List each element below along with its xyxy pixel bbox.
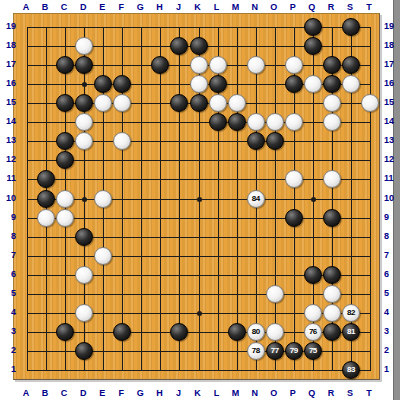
coordinate-label-right: 18 (384, 40, 398, 50)
coordinate-label-bottom: M (226, 388, 246, 398)
stone-black-Q2: 75 (304, 342, 322, 360)
stone-white-Q16 (304, 75, 322, 93)
go-app-window: 81777975838482807678 AABBCCDDEEFFGGHHJJK… (0, 0, 400, 400)
stone-black-H17 (151, 56, 169, 74)
coordinate-label-bottom: J (168, 388, 188, 398)
coordinate-label-bottom: K (188, 388, 208, 398)
move-number: 84 (252, 195, 260, 203)
stone-black-Q6 (304, 266, 322, 284)
stone-black-E16 (94, 75, 112, 93)
coordinate-label-bottom: P (283, 388, 303, 398)
coordinate-label-right: 10 (384, 193, 398, 203)
coordinate-label-right: 12 (384, 154, 398, 164)
stone-black-J18 (170, 37, 188, 55)
stone-black-B11 (37, 170, 55, 188)
coordinate-label-bottom: N (245, 388, 265, 398)
coordinate-label-right: 4 (384, 307, 398, 317)
stone-black-C15 (56, 94, 74, 112)
stone-black-P16 (285, 75, 303, 93)
grid-line-horizontal (27, 294, 371, 295)
stone-white-Q3: 76 (304, 323, 322, 341)
stone-white-F13 (113, 132, 131, 150)
coordinate-label-right: 16 (384, 78, 398, 88)
coordinate-label-left: 19 (0, 21, 16, 31)
goban[interactable]: 81777975838482807678 (13, 13, 380, 380)
move-number: 80 (252, 328, 260, 336)
stone-white-S16 (342, 75, 360, 93)
coordinate-label-top: H (149, 2, 169, 12)
coordinate-label-left: 1 (0, 364, 16, 374)
stone-white-F15 (113, 94, 131, 112)
stone-black-S19 (342, 18, 360, 36)
star-point (311, 197, 316, 202)
coordinate-label-left: 7 (0, 250, 16, 260)
coordinate-label-top: B (35, 2, 55, 12)
coordinate-label-right: 1 (384, 364, 398, 374)
star-point (82, 197, 87, 202)
stone-black-S1: 83 (342, 361, 360, 379)
move-number: 76 (309, 328, 317, 336)
coordinate-label-top: A (16, 2, 36, 12)
stone-black-C12 (56, 151, 74, 169)
stone-white-N3: 80 (247, 323, 265, 341)
coordinate-label-bottom: E (92, 388, 112, 398)
stone-black-C13 (56, 132, 74, 150)
coordinate-label-bottom: F (111, 388, 131, 398)
stone-white-B9 (37, 209, 55, 227)
coordinate-label-bottom: R (321, 388, 341, 398)
stone-white-E15 (94, 94, 112, 112)
coordinate-label-top: E (92, 2, 112, 12)
coordinate-label-right: 15 (384, 97, 398, 107)
star-point (197, 197, 202, 202)
coordinate-label-bottom: D (73, 388, 93, 398)
coordinate-label-left: 18 (0, 40, 16, 50)
coordinate-label-left: 2 (0, 345, 16, 355)
coordinate-label-bottom: L (207, 388, 227, 398)
coordinate-label-left: 17 (0, 59, 16, 69)
stone-black-Q18 (304, 37, 322, 55)
stone-white-R5 (323, 285, 341, 303)
stone-black-L14 (209, 113, 227, 131)
coordinate-label-right: 17 (384, 59, 398, 69)
coordinate-label-bottom: B (35, 388, 55, 398)
grid-line-vertical (370, 27, 371, 371)
coordinate-label-bottom: A (16, 388, 36, 398)
grid-line-horizontal (27, 256, 371, 257)
coordinate-label-left: 9 (0, 212, 16, 222)
stone-white-N17 (247, 56, 265, 74)
coordinate-label-bottom: T (359, 388, 379, 398)
stone-black-D17 (75, 56, 93, 74)
stone-white-K16 (190, 75, 208, 93)
coordinate-label-top: C (54, 2, 74, 12)
stone-black-P2: 79 (285, 342, 303, 360)
move-number: 81 (347, 328, 355, 336)
stone-black-Q19 (304, 18, 322, 36)
stone-black-P9 (285, 209, 303, 227)
stone-white-O14 (266, 113, 284, 131)
stone-black-D2 (75, 342, 93, 360)
move-number: 77 (271, 347, 279, 355)
grid-line-horizontal (27, 370, 371, 371)
coordinate-label-left: 13 (0, 135, 16, 145)
stone-black-N13 (247, 132, 265, 150)
stone-black-D15 (75, 94, 93, 112)
coordinate-label-top: T (359, 2, 379, 12)
coordinate-label-left: 12 (0, 154, 16, 164)
coordinate-label-top: M (226, 2, 246, 12)
coordinate-label-right: 2 (384, 345, 398, 355)
stone-black-S3: 81 (342, 323, 360, 341)
stone-white-K17 (190, 56, 208, 74)
stone-black-R17 (323, 56, 341, 74)
stone-black-D8 (75, 228, 93, 246)
coordinate-label-left: 3 (0, 326, 16, 336)
stone-white-L17 (209, 56, 227, 74)
stone-white-N2: 78 (247, 342, 265, 360)
stone-black-K15 (190, 94, 208, 112)
stone-white-R14 (323, 113, 341, 131)
coordinate-label-bottom: O (264, 388, 284, 398)
coordinate-label-bottom: Q (302, 388, 322, 398)
stone-black-B10 (37, 190, 55, 208)
stone-white-P11 (285, 170, 303, 188)
star-point (82, 82, 87, 87)
coordinate-label-right: 8 (384, 231, 398, 241)
stone-white-P17 (285, 56, 303, 74)
coordinate-label-right: 19 (384, 21, 398, 31)
stone-black-C17 (56, 56, 74, 74)
coordinate-label-left: 16 (0, 78, 16, 88)
coordinate-label-top: R (321, 2, 341, 12)
coordinate-label-right: 13 (384, 135, 398, 145)
coordinate-label-right: 5 (384, 288, 398, 298)
coordinate-label-left: 15 (0, 97, 16, 107)
stone-white-Q4 (304, 304, 322, 322)
coordinate-label-bottom: G (130, 388, 150, 398)
stone-white-O3 (266, 323, 284, 341)
stone-white-S4: 82 (342, 304, 360, 322)
stone-white-O5 (266, 285, 284, 303)
coordinate-label-right: 3 (384, 326, 398, 336)
move-number: 83 (347, 366, 355, 374)
stone-white-R11 (323, 170, 341, 188)
stone-white-R15 (323, 94, 341, 112)
stone-black-M14 (228, 113, 246, 131)
stone-white-C10 (56, 190, 74, 208)
coordinate-label-top: J (168, 2, 188, 12)
stone-white-C9 (56, 209, 74, 227)
coordinate-label-top: F (111, 2, 131, 12)
stone-black-L16 (209, 75, 227, 93)
coordinate-label-right: 6 (384, 269, 398, 279)
star-point (197, 311, 202, 316)
coordinate-label-right: 11 (384, 173, 398, 183)
coordinate-label-top: L (207, 2, 227, 12)
coordinate-label-top: N (245, 2, 265, 12)
move-number: 79 (290, 347, 298, 355)
stone-white-M15 (228, 94, 246, 112)
coordinate-label-left: 5 (0, 288, 16, 298)
stone-white-N10: 84 (247, 190, 265, 208)
stone-black-R6 (323, 266, 341, 284)
coordinate-label-top: S (340, 2, 360, 12)
stone-white-L15 (209, 94, 227, 112)
coordinate-label-bottom: H (149, 388, 169, 398)
coordinate-label-top: P (283, 2, 303, 12)
stone-white-T15 (361, 94, 379, 112)
coordinate-label-left: 11 (0, 173, 16, 183)
coordinate-label-bottom: S (340, 388, 360, 398)
stone-white-N14 (247, 113, 265, 131)
coordinate-label-top: Q (302, 2, 322, 12)
stone-white-P14 (285, 113, 303, 131)
coordinate-label-top: G (130, 2, 150, 12)
grid-line-vertical (275, 27, 276, 371)
stone-white-E7 (94, 247, 112, 265)
coordinate-label-left: 8 (0, 231, 16, 241)
stone-black-J3 (170, 323, 188, 341)
coordinate-label-top: K (188, 2, 208, 12)
coordinate-label-top: O (264, 2, 284, 12)
stone-white-D14 (75, 113, 93, 131)
grid-line-horizontal (27, 218, 371, 219)
move-number: 75 (309, 347, 317, 355)
stone-black-K18 (190, 37, 208, 55)
coordinate-label-left: 4 (0, 307, 16, 317)
coordinate-label-left: 10 (0, 193, 16, 203)
stone-black-R16 (323, 75, 341, 93)
stone-black-F16 (113, 75, 131, 93)
stone-white-D4 (75, 304, 93, 322)
stone-white-D13 (75, 132, 93, 150)
stone-white-R4 (323, 304, 341, 322)
coordinate-label-right: 7 (384, 250, 398, 260)
coordinate-label-top: D (73, 2, 93, 12)
coordinate-label-left: 14 (0, 116, 16, 126)
stone-black-J15 (170, 94, 188, 112)
stone-black-R9 (323, 209, 341, 227)
stone-black-R3 (323, 323, 341, 341)
move-number: 82 (347, 309, 355, 317)
stone-white-D6 (75, 266, 93, 284)
move-number: 78 (252, 347, 260, 355)
coordinate-label-left: 6 (0, 269, 16, 279)
stone-white-E10 (94, 190, 112, 208)
stone-black-M3 (228, 323, 246, 341)
stone-black-S17 (342, 56, 360, 74)
stone-black-C3 (56, 323, 74, 341)
stone-white-D18 (75, 37, 93, 55)
coordinate-label-right: 14 (384, 116, 398, 126)
grid-line-vertical (237, 27, 238, 371)
coordinate-label-right: 9 (384, 212, 398, 222)
coordinate-label-bottom: C (54, 388, 74, 398)
stone-black-O13 (266, 132, 284, 150)
stone-black-F3 (113, 323, 131, 341)
stone-black-O2: 77 (266, 342, 284, 360)
